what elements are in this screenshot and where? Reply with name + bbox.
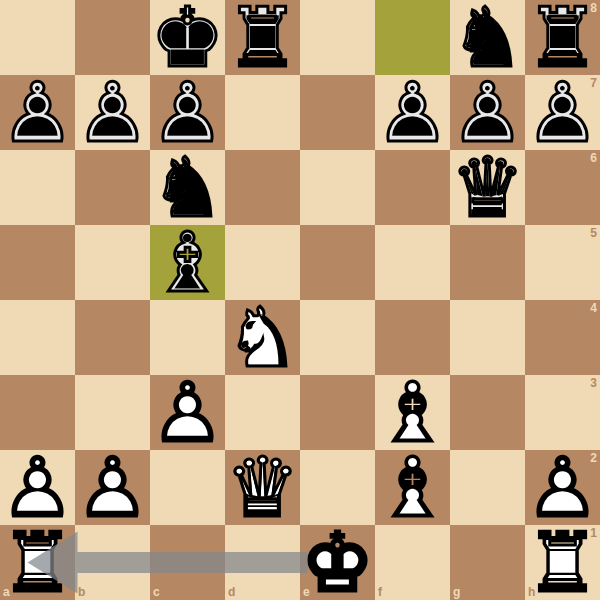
square-f7[interactable]: ♟♙♟ (375, 75, 450, 150)
square-d1[interactable]: d (225, 525, 300, 600)
white-pawn-a2[interactable]: ♟♟♙ (0, 450, 75, 525)
square-d6[interactable] (225, 150, 300, 225)
square-b5[interactable] (75, 225, 150, 300)
square-c6[interactable]: ♞♘♞ (150, 150, 225, 225)
square-d5[interactable] (225, 225, 300, 300)
square-h7[interactable]: 7♟♙♟ (525, 75, 600, 150)
square-c1[interactable]: c (150, 525, 225, 600)
square-a7[interactable]: ♟♙♟ (0, 75, 75, 150)
square-c7[interactable]: ♟♙♟ (150, 75, 225, 150)
piece-glyph-layer: ♜ (225, 0, 300, 75)
square-h2[interactable]: 2♟♟♙ (525, 450, 600, 525)
square-g6[interactable]: ♛♕♛ (450, 150, 525, 225)
square-f3[interactable]: ♝♝♗ (375, 375, 450, 450)
piece-glyph-layer: ♟ (375, 75, 450, 150)
square-a2[interactable]: ♟♟♙ (0, 450, 75, 525)
square-g1[interactable]: g (450, 525, 525, 600)
square-h1[interactable]: 1h♜♜♖ (525, 525, 600, 600)
piece-glyph-layer: ♗ (375, 375, 450, 450)
square-c2[interactable] (150, 450, 225, 525)
square-h4[interactable]: 4 (525, 300, 600, 375)
piece-glyph-layer: ♝ (150, 225, 225, 300)
square-e8[interactable] (300, 0, 375, 75)
white-queen-d2[interactable]: ♛♛♕ (225, 450, 300, 525)
black-knight-c6[interactable]: ♞♘♞ (150, 150, 225, 225)
black-knight-g8[interactable]: ♞♘♞ (450, 0, 525, 75)
square-a1[interactable]: a♜♜♖ (0, 525, 75, 600)
square-a8[interactable] (0, 0, 75, 75)
piece-glyph-layer: ♖ (525, 525, 600, 600)
square-f6[interactable] (375, 150, 450, 225)
square-a5[interactable] (0, 225, 75, 300)
piece-glyph-layer: ♟ (450, 75, 525, 150)
square-a4[interactable] (0, 300, 75, 375)
piece-glyph-layer: ♟ (525, 75, 600, 150)
black-rook-d8[interactable]: ♜♖♜ (225, 0, 300, 75)
piece-glyph-layer: ♙ (75, 450, 150, 525)
square-b1[interactable]: b (75, 525, 150, 600)
piece-glyph-layer: ♜ (525, 0, 600, 75)
white-pawn-c3[interactable]: ♟♟♙ (150, 375, 225, 450)
square-d8[interactable]: ♜♖♜ (225, 0, 300, 75)
square-b4[interactable] (75, 300, 150, 375)
square-d4[interactable]: ♞♞♘ (225, 300, 300, 375)
coord-rank-5: 5 (590, 227, 597, 240)
square-g2[interactable] (450, 450, 525, 525)
board-squares: ♚♔♚♜♖♜♞♘♞8♜♖♜♟♙♟♟♙♟♟♙♟♟♙♟♟♙♟7♟♙♟♞♘♞♛♕♛6♝… (0, 0, 600, 600)
white-knight-d4[interactable]: ♞♞♘ (225, 300, 300, 375)
square-b6[interactable] (75, 150, 150, 225)
coord-file-b: b (78, 586, 85, 599)
chess-board: ♚♔♚♜♖♜♞♘♞8♜♖♜♟♙♟♟♙♟♟♙♟♟♙♟♟♙♟7♟♙♟♞♘♞♛♕♛6♝… (0, 0, 600, 600)
white-pawn-h2[interactable]: ♟♟♙ (525, 450, 600, 525)
square-f4[interactable] (375, 300, 450, 375)
piece-glyph-layer: ♟ (0, 75, 75, 150)
square-c8[interactable]: ♚♔♚ (150, 0, 225, 75)
coord-file-c: c (153, 586, 160, 599)
piece-glyph-layer: ♚ (150, 0, 225, 75)
piece-glyph-layer: ♙ (525, 450, 600, 525)
square-g4[interactable] (450, 300, 525, 375)
black-pawn-a7[interactable]: ♟♙♟ (0, 75, 75, 150)
square-g8[interactable]: ♞♘♞ (450, 0, 525, 75)
piece-glyph-layer: ♞ (450, 0, 525, 75)
piece-glyph-layer: ♟ (150, 75, 225, 150)
white-king-e1[interactable]: ♚♚♔ (300, 525, 375, 600)
black-bishop-c5[interactable]: ♝♗♝ (150, 225, 225, 300)
white-bishop-f2[interactable]: ♝♝♗ (375, 450, 450, 525)
black-pawn-f7[interactable]: ♟♙♟ (375, 75, 450, 150)
square-d3[interactable] (225, 375, 300, 450)
black-rook-h8[interactable]: ♜♖♜ (525, 0, 600, 75)
square-e1[interactable]: e♚♚♔ (300, 525, 375, 600)
coord-file-d: d (228, 586, 235, 599)
square-h6[interactable]: 6 (525, 150, 600, 225)
square-f5[interactable] (375, 225, 450, 300)
square-e4[interactable] (300, 300, 375, 375)
white-pawn-b2[interactable]: ♟♟♙ (75, 450, 150, 525)
square-f1[interactable]: f (375, 525, 450, 600)
square-e7[interactable] (300, 75, 375, 150)
square-a3[interactable] (0, 375, 75, 450)
piece-glyph-layer: ♔ (300, 525, 375, 600)
black-pawn-b7[interactable]: ♟♙♟ (75, 75, 150, 150)
square-e2[interactable] (300, 450, 375, 525)
square-e5[interactable] (300, 225, 375, 300)
square-c3[interactable]: ♟♟♙ (150, 375, 225, 450)
piece-glyph-layer: ♞ (150, 150, 225, 225)
square-h8[interactable]: 8♜♖♜ (525, 0, 600, 75)
square-a6[interactable] (0, 150, 75, 225)
square-b3[interactable] (75, 375, 150, 450)
square-d7[interactable] (225, 75, 300, 150)
black-pawn-h7[interactable]: ♟♙♟ (525, 75, 600, 150)
black-queen-g6[interactable]: ♛♕♛ (450, 150, 525, 225)
square-b8[interactable] (75, 0, 150, 75)
piece-glyph-layer: ♖ (0, 525, 75, 600)
square-f2[interactable]: ♝♝♗ (375, 450, 450, 525)
square-e6[interactable] (300, 150, 375, 225)
black-pawn-g7[interactable]: ♟♙♟ (450, 75, 525, 150)
white-rook-a1[interactable]: ♜♜♖ (0, 525, 75, 600)
coord-file-g: g (453, 586, 460, 599)
square-b7[interactable]: ♟♙♟ (75, 75, 150, 150)
square-h5[interactable]: 5 (525, 225, 600, 300)
black-pawn-c7[interactable]: ♟♙♟ (150, 75, 225, 150)
square-e3[interactable] (300, 375, 375, 450)
piece-glyph-layer: ♘ (225, 300, 300, 375)
square-f8[interactable] (375, 0, 450, 75)
white-rook-h1[interactable]: ♜♜♖ (525, 525, 600, 600)
coord-rank-4: 4 (590, 302, 597, 315)
coord-rank-3: 3 (590, 377, 597, 390)
square-c5[interactable]: ♝♗♝ (150, 225, 225, 300)
piece-glyph-layer: ♕ (225, 450, 300, 525)
square-d2[interactable]: ♛♛♕ (225, 450, 300, 525)
piece-glyph-layer: ♟ (75, 75, 150, 150)
piece-glyph-layer: ♛ (450, 150, 525, 225)
white-bishop-f3[interactable]: ♝♝♗ (375, 375, 450, 450)
black-king-c8[interactable]: ♚♔♚ (150, 0, 225, 75)
square-g5[interactable] (450, 225, 525, 300)
square-h3[interactable]: 3 (525, 375, 600, 450)
coord-file-f: f (378, 586, 382, 599)
piece-glyph-layer: ♙ (0, 450, 75, 525)
piece-glyph-layer: ♗ (375, 450, 450, 525)
square-g3[interactable] (450, 375, 525, 450)
square-g7[interactable]: ♟♙♟ (450, 75, 525, 150)
square-b2[interactable]: ♟♟♙ (75, 450, 150, 525)
piece-glyph-layer: ♙ (150, 375, 225, 450)
square-c4[interactable] (150, 300, 225, 375)
